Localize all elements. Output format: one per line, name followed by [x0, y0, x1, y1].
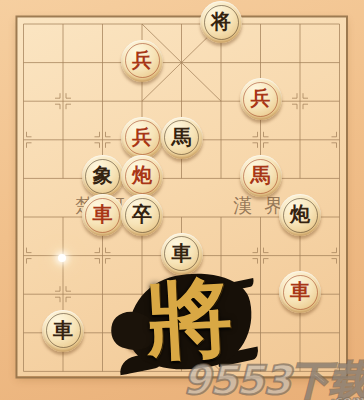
piece-character: 炮	[290, 204, 310, 224]
piece-character: 象	[93, 165, 113, 185]
piece-ring: 馬	[243, 159, 278, 194]
sparkle-effect	[58, 254, 66, 262]
red-horse[interactable]: 馬	[240, 155, 282, 197]
piece-character: 車	[93, 204, 113, 224]
piece-character: 卒	[132, 204, 152, 224]
game-screen: 楚河 漢界 将兵兵兵馬象炮馬車卒炮車車帥車 將 9553下载·com	[0, 0, 364, 400]
red-soldier-2[interactable]: 兵	[240, 78, 282, 120]
piece-character: 炮	[132, 165, 152, 185]
piece-ring: 将	[204, 5, 239, 40]
piece-ring: 炮	[125, 159, 160, 194]
piece-ring: 車	[164, 236, 199, 271]
piece-ring: 馬	[164, 120, 199, 155]
piece-character: 馬	[172, 127, 192, 147]
black-horse[interactable]: 馬	[161, 117, 203, 159]
piece-character: 馬	[251, 165, 271, 185]
piece-character: 車	[172, 243, 192, 263]
black-chariot-1[interactable]: 車	[161, 233, 203, 275]
piece-character: 兵	[132, 127, 152, 147]
piece-ring: 炮	[283, 198, 318, 233]
piece-ring: 兵	[125, 43, 160, 78]
piece-ring: 車	[85, 198, 120, 233]
piece-ring: 卒	[125, 198, 160, 233]
black-general[interactable]: 将	[200, 1, 242, 43]
piece-character: 車	[53, 320, 73, 340]
red-soldier-1[interactable]: 兵	[121, 40, 163, 82]
piece-ring: 兵	[125, 120, 160, 155]
piece-ring: 兵	[243, 82, 278, 117]
piece-ring: 車	[283, 275, 318, 310]
piece-character: 車	[290, 281, 310, 301]
site-watermark: 9553下载·com	[183, 353, 364, 400]
piece-ring: 車	[46, 313, 81, 348]
black-chariot-2[interactable]: 車	[42, 310, 84, 352]
black-elephant[interactable]: 象	[82, 155, 124, 197]
red-general[interactable]: 帥	[121, 310, 163, 352]
piece-character: 兵	[251, 88, 271, 108]
watermark-suffix: ·com	[329, 393, 364, 400]
piece-character: 将	[211, 11, 231, 31]
black-cannon[interactable]: 炮	[279, 194, 321, 236]
piece-ring: 帥	[125, 313, 160, 348]
red-chariot-1[interactable]: 車	[82, 194, 124, 236]
piece-ring: 象	[85, 159, 120, 194]
red-soldier-3[interactable]: 兵	[121, 117, 163, 159]
piece-character: 帥	[132, 320, 152, 340]
black-soldier[interactable]: 卒	[121, 194, 163, 236]
red-chariot-2[interactable]: 車	[279, 271, 321, 313]
piece-character: 兵	[132, 50, 152, 70]
